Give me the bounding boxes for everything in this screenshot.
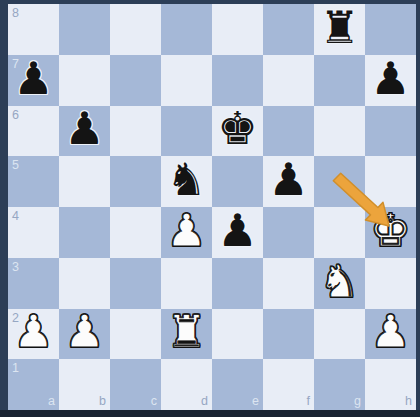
rank-label-6: 6 <box>12 109 19 122</box>
chess-board: 8♜7♟♟6♟♚5♞♟4♟♟♚3♞2♟♟♜♟1abcdefgh <box>8 4 416 410</box>
square-h5[interactable] <box>365 156 416 207</box>
square-b5[interactable] <box>59 156 110 207</box>
chess-board-frame: 8♜7♟♟6♟♚5♞♟4♟♟♚3♞2♟♟♜♟1abcdefgh <box>0 0 420 417</box>
square-c2[interactable] <box>110 309 161 360</box>
square-g7[interactable] <box>314 55 365 106</box>
rank-label-8: 8 <box>12 7 19 20</box>
square-b7[interactable] <box>59 55 110 106</box>
piece-white-pawn[interactable]: ♟ <box>166 208 206 253</box>
square-d8[interactable] <box>161 4 212 55</box>
square-h8[interactable] <box>365 4 416 55</box>
square-c4[interactable] <box>110 207 161 258</box>
square-a2[interactable]: 2♟ <box>8 309 59 360</box>
square-g6[interactable] <box>314 106 365 157</box>
square-h1[interactable]: h <box>365 359 416 410</box>
square-c1[interactable]: c <box>110 359 161 410</box>
square-f4[interactable] <box>263 207 314 258</box>
square-f6[interactable] <box>263 106 314 157</box>
square-h7[interactable]: ♟ <box>365 55 416 106</box>
square-h6[interactable] <box>365 106 416 157</box>
square-e5[interactable] <box>212 156 263 207</box>
piece-black-pawn[interactable]: ♟ <box>64 106 104 151</box>
square-b6[interactable]: ♟ <box>59 106 110 157</box>
piece-black-pawn[interactable]: ♟ <box>13 56 53 101</box>
file-label-f: f <box>307 395 310 408</box>
square-a3[interactable]: 3 <box>8 258 59 309</box>
file-label-a: a <box>48 395 55 408</box>
rank-label-4: 4 <box>12 210 19 223</box>
piece-white-pawn[interactable]: ♟ <box>64 309 104 354</box>
square-e7[interactable] <box>212 55 263 106</box>
square-g2[interactable] <box>314 309 365 360</box>
square-e1[interactable]: e <box>212 359 263 410</box>
square-e3[interactable] <box>212 258 263 309</box>
square-e4[interactable]: ♟ <box>212 207 263 258</box>
square-d4[interactable]: ♟ <box>161 207 212 258</box>
square-b1[interactable]: b <box>59 359 110 410</box>
square-d7[interactable] <box>161 55 212 106</box>
square-c7[interactable] <box>110 55 161 106</box>
square-g4[interactable] <box>314 207 365 258</box>
square-f2[interactable] <box>263 309 314 360</box>
piece-black-pawn[interactable]: ♟ <box>268 157 308 202</box>
piece-white-knight[interactable]: ♞ <box>319 259 359 304</box>
piece-white-king[interactable]: ♚ <box>370 208 410 253</box>
square-f8[interactable] <box>263 4 314 55</box>
square-g1[interactable]: g <box>314 359 365 410</box>
square-a4[interactable]: 4 <box>8 207 59 258</box>
piece-black-knight[interactable]: ♞ <box>166 157 206 202</box>
square-h2[interactable]: ♟ <box>365 309 416 360</box>
square-d5[interactable]: ♞ <box>161 156 212 207</box>
square-a7[interactable]: 7♟ <box>8 55 59 106</box>
square-f1[interactable]: f <box>263 359 314 410</box>
square-h4[interactable]: ♚ <box>365 207 416 258</box>
square-d6[interactable] <box>161 106 212 157</box>
square-g8[interactable]: ♜ <box>314 4 365 55</box>
piece-black-pawn[interactable]: ♟ <box>370 56 410 101</box>
file-label-g: g <box>354 395 361 408</box>
file-label-d: d <box>201 395 208 408</box>
square-a1[interactable]: 1a <box>8 359 59 410</box>
piece-white-pawn[interactable]: ♟ <box>370 309 410 354</box>
square-b2[interactable]: ♟ <box>59 309 110 360</box>
rank-label-5: 5 <box>12 159 19 172</box>
square-f7[interactable] <box>263 55 314 106</box>
piece-black-pawn[interactable]: ♟ <box>217 208 257 253</box>
file-label-h: h <box>405 395 412 408</box>
square-a6[interactable]: 6 <box>8 106 59 157</box>
piece-white-rook[interactable]: ♜ <box>166 309 206 354</box>
square-f3[interactable] <box>263 258 314 309</box>
square-c3[interactable] <box>110 258 161 309</box>
square-c6[interactable] <box>110 106 161 157</box>
square-e6[interactable]: ♚ <box>212 106 263 157</box>
square-c5[interactable] <box>110 156 161 207</box>
square-b4[interactable] <box>59 207 110 258</box>
file-label-b: b <box>99 395 106 408</box>
square-g5[interactable] <box>314 156 365 207</box>
rank-label-1: 1 <box>12 362 19 375</box>
square-f5[interactable]: ♟ <box>263 156 314 207</box>
square-g3[interactable]: ♞ <box>314 258 365 309</box>
piece-white-pawn[interactable]: ♟ <box>13 309 53 354</box>
square-h3[interactable] <box>365 258 416 309</box>
square-d2[interactable]: ♜ <box>161 309 212 360</box>
piece-black-king[interactable]: ♚ <box>217 106 257 151</box>
square-e2[interactable] <box>212 309 263 360</box>
square-a8[interactable]: 8 <box>8 4 59 55</box>
square-e8[interactable] <box>212 4 263 55</box>
square-b8[interactable] <box>59 4 110 55</box>
file-label-e: e <box>252 395 259 408</box>
rank-label-3: 3 <box>12 261 19 274</box>
square-b3[interactable] <box>59 258 110 309</box>
square-d3[interactable] <box>161 258 212 309</box>
file-label-c: c <box>151 395 157 408</box>
square-a5[interactable]: 5 <box>8 156 59 207</box>
square-c8[interactable] <box>110 4 161 55</box>
square-d1[interactable]: d <box>161 359 212 410</box>
piece-black-rook[interactable]: ♜ <box>319 5 359 50</box>
